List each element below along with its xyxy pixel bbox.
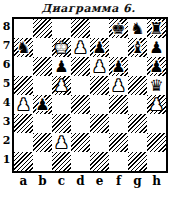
square-d7: ♟: [71, 38, 90, 57]
square-a4: ♟: [14, 95, 33, 114]
square-a2: [14, 133, 33, 152]
square-d5: [71, 76, 90, 95]
piece-white-pawn-c5: ♟: [52, 76, 71, 95]
square-g8: ♞: [128, 19, 147, 38]
rank-label-1: 1: [1, 150, 12, 169]
square-b4: ♟: [33, 95, 52, 114]
square-g1: [128, 152, 147, 171]
square-h7: ♟: [147, 38, 166, 57]
square-f6: ♟: [109, 57, 128, 76]
file-label-e: e: [90, 174, 109, 188]
square-f4: [109, 95, 128, 114]
square-a7: ♞: [14, 38, 33, 57]
square-f1: [109, 152, 128, 171]
square-b3: [33, 114, 52, 133]
piece-white-pawn-c2: ♟: [52, 133, 71, 152]
rank-label-3: 3: [1, 112, 12, 131]
chess-diagram: 87654321 ♚♞♜♞♚♟♟♝♟♟♟♟♟♟♟♛♟♟♟♟ abcdefgh: [1, 17, 168, 188]
file-labels: abcdefgh: [14, 174, 168, 188]
square-e1: [90, 152, 109, 171]
file-label-b: b: [33, 174, 52, 188]
square-c1: [52, 152, 71, 171]
square-g3: [128, 114, 147, 133]
rank-label-5: 5: [1, 74, 12, 93]
piece-white-pawn-f5: ♟: [109, 76, 128, 95]
file-label-g: g: [128, 174, 147, 188]
square-e6: ♟: [90, 57, 109, 76]
piece-black-rook-h8: ♜: [147, 19, 166, 38]
piece-black-knight-a7: ♞: [14, 38, 33, 57]
square-a8: [14, 19, 33, 38]
square-c5: ♟: [52, 76, 71, 95]
file-label-a: a: [14, 174, 33, 188]
square-b2: [33, 133, 52, 152]
chess-diagram-page: Диаграмма 6. 87654321 ♚♞♜♞♚♟♟♝♟♟♟♟♟♟♟♛♟♟…: [0, 0, 177, 200]
square-d1: [71, 152, 90, 171]
square-b5: [33, 76, 52, 95]
square-c3: [52, 114, 71, 133]
square-e2: [90, 133, 109, 152]
square-g4: [128, 95, 147, 114]
piece-black-bishop-g7: ♝: [128, 38, 147, 57]
rank-label-6: 6: [1, 55, 12, 74]
piece-black-pawn-h7: ♟: [147, 38, 166, 57]
piece-black-queen-h5: ♛: [147, 76, 166, 95]
square-e7: ♟: [90, 38, 109, 57]
piece-black-pawn-b4: ♟: [33, 95, 52, 114]
piece-black-king-f8: ♚: [109, 19, 128, 38]
board-wrap: ♚♞♜♞♚♟♟♝♟♟♟♟♟♟♟♛♟♟♟♟ abcdefgh: [12, 17, 168, 188]
file-label-h: h: [147, 174, 166, 188]
square-d4: [71, 95, 90, 114]
diagram-title: Диаграмма 6.: [0, 2, 177, 15]
square-h3: [147, 114, 166, 133]
piece-black-pawn-e7: ♟: [90, 38, 109, 57]
square-c2: ♟: [52, 133, 71, 152]
square-b6: [33, 57, 52, 76]
square-e4: [90, 95, 109, 114]
piece-black-pawn-f6: ♟: [109, 57, 128, 76]
piece-white-pawn-a4: ♟: [14, 95, 33, 114]
square-c4: [52, 95, 71, 114]
square-f7: [109, 38, 128, 57]
square-g6: [128, 57, 147, 76]
square-e5: [90, 76, 109, 95]
square-a5: [14, 76, 33, 95]
piece-black-pawn-h6: ♟: [147, 57, 166, 76]
square-b8: [33, 19, 52, 38]
square-d2: [71, 133, 90, 152]
square-c6: ♟: [52, 57, 71, 76]
square-h4: ♟: [147, 95, 166, 114]
square-b7: [33, 38, 52, 57]
rank-label-4: 4: [1, 93, 12, 112]
piece-white-pawn-e6: ♟: [90, 57, 109, 76]
square-d3: [71, 114, 90, 133]
piece-black-knight-g8: ♞: [128, 19, 147, 38]
square-a3: [14, 114, 33, 133]
square-b1: [33, 152, 52, 171]
square-f5: ♟: [109, 76, 128, 95]
square-f8: ♚: [109, 19, 128, 38]
square-c8: [52, 19, 71, 38]
piece-white-pawn-d7: ♟: [71, 38, 90, 57]
rank-label-2: 2: [1, 131, 12, 150]
square-h1: [147, 152, 166, 171]
file-label-d: d: [71, 174, 90, 188]
square-f2: [109, 133, 128, 152]
square-h8: ♜: [147, 19, 166, 38]
square-d6: [71, 57, 90, 76]
square-c7: ♚: [52, 38, 71, 57]
rank-label-8: 8: [1, 17, 12, 36]
piece-white-king-c7: ♚: [52, 38, 71, 57]
square-a6: [14, 57, 33, 76]
square-g2: [128, 133, 147, 152]
file-label-c: c: [52, 174, 71, 188]
square-h6: ♟: [147, 57, 166, 76]
rank-label-7: 7: [1, 36, 12, 55]
square-a1: [14, 152, 33, 171]
chess-board: ♚♞♜♞♚♟♟♝♟♟♟♟♟♟♟♛♟♟♟♟: [12, 17, 168, 173]
square-e8: [90, 19, 109, 38]
square-e3: [90, 114, 109, 133]
square-g5: [128, 76, 147, 95]
rank-labels: 87654321: [1, 17, 12, 188]
piece-white-pawn-h4: ♟: [147, 95, 166, 114]
square-h5: ♛: [147, 76, 166, 95]
piece-black-pawn-c6: ♟: [52, 57, 71, 76]
square-f3: [109, 114, 128, 133]
file-label-f: f: [109, 174, 128, 188]
square-g7: ♝: [128, 38, 147, 57]
square-d8: [71, 19, 90, 38]
square-h2: [147, 133, 166, 152]
